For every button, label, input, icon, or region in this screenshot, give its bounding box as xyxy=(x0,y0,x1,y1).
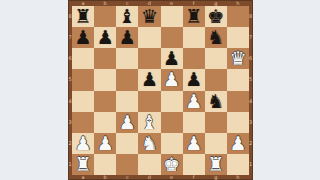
piece-black-bishop: ♝ xyxy=(119,7,136,26)
square-e4[interactable] xyxy=(161,91,183,112)
square-f2[interactable]: ♟ xyxy=(183,133,205,154)
page-background: { "game": "chess", "position": { "fen": … xyxy=(0,0,320,180)
piece-black-king: ♚ xyxy=(207,7,224,26)
square-g5[interactable] xyxy=(205,69,227,90)
piece-black-pawn: ♟ xyxy=(75,28,92,47)
piece-white-knight: ♞ xyxy=(141,133,158,152)
piece-white-pawn: ♟ xyxy=(75,133,92,152)
square-a5[interactable] xyxy=(72,69,94,90)
file-label-a: a xyxy=(72,175,94,180)
square-g3[interactable] xyxy=(205,112,227,133)
file-label-d: d xyxy=(138,175,160,180)
square-a6[interactable] xyxy=(72,48,94,69)
square-e2[interactable] xyxy=(161,133,183,154)
square-e1[interactable]: ♚ xyxy=(161,154,183,175)
square-h6[interactable]: ♛ xyxy=(227,48,249,69)
square-b1[interactable] xyxy=(94,154,116,175)
square-a3[interactable] xyxy=(72,112,94,133)
square-c6[interactable] xyxy=(116,48,138,69)
chess-board: ♜♝♛♜♚♟♟♟♞♟♛♟♟♟♟♞♟♝♟♟♞♟♟♜♚♜ xyxy=(72,6,249,175)
square-g7[interactable]: ♞ xyxy=(205,27,227,48)
square-d5[interactable]: ♟ xyxy=(138,69,160,90)
square-h4[interactable] xyxy=(227,91,249,112)
square-a7[interactable]: ♟ xyxy=(72,27,94,48)
piece-black-rook: ♜ xyxy=(75,7,92,26)
square-b5[interactable] xyxy=(94,69,116,90)
square-h2[interactable]: ♟ xyxy=(227,133,249,154)
square-h1[interactable] xyxy=(227,154,249,175)
square-c8[interactable]: ♝ xyxy=(116,6,138,27)
file-label-e: e xyxy=(161,175,183,180)
square-a1[interactable]: ♜ xyxy=(72,154,94,175)
square-f7[interactable] xyxy=(183,27,205,48)
piece-white-queen: ♛ xyxy=(229,49,246,68)
square-e5[interactable]: ♟ xyxy=(161,69,183,90)
square-b3[interactable] xyxy=(94,112,116,133)
piece-white-pawn: ♟ xyxy=(119,112,136,131)
square-d1[interactable] xyxy=(138,154,160,175)
square-h7[interactable] xyxy=(227,27,249,48)
square-d4[interactable] xyxy=(138,91,160,112)
piece-black-pawn: ♟ xyxy=(97,28,114,47)
piece-black-knight: ♞ xyxy=(207,28,224,47)
file-label-f: f xyxy=(183,175,205,180)
square-e7[interactable] xyxy=(161,27,183,48)
square-e3[interactable] xyxy=(161,112,183,133)
square-f8[interactable]: ♜ xyxy=(183,6,205,27)
square-e8[interactable] xyxy=(161,6,183,27)
square-b4[interactable] xyxy=(94,91,116,112)
square-f5[interactable]: ♟ xyxy=(183,69,205,90)
square-c2[interactable] xyxy=(116,133,138,154)
square-a2[interactable]: ♟ xyxy=(72,133,94,154)
file-label-h: h xyxy=(227,175,249,180)
square-g2[interactable] xyxy=(205,133,227,154)
square-b7[interactable]: ♟ xyxy=(94,27,116,48)
square-f3[interactable] xyxy=(183,112,205,133)
square-b2[interactable]: ♟ xyxy=(94,133,116,154)
square-d6[interactable] xyxy=(138,48,160,69)
piece-white-pawn: ♟ xyxy=(229,133,246,152)
piece-white-pawn: ♟ xyxy=(97,133,114,152)
file-labels-bottom: abcdefgh xyxy=(72,175,249,180)
square-c1[interactable] xyxy=(116,154,138,175)
piece-white-pawn: ♟ xyxy=(185,133,202,152)
square-b6[interactable] xyxy=(94,48,116,69)
square-h5[interactable] xyxy=(227,69,249,90)
square-c5[interactable] xyxy=(116,69,138,90)
piece-black-queen: ♛ xyxy=(141,7,158,26)
square-g1[interactable]: ♜ xyxy=(205,154,227,175)
square-a8[interactable]: ♜ xyxy=(72,6,94,27)
square-d3[interactable]: ♝ xyxy=(138,112,160,133)
square-c3[interactable]: ♟ xyxy=(116,112,138,133)
chess-board-frame: abcdefgh abcdefgh 87654321 87654321 ♜♝♛♜… xyxy=(68,0,253,180)
piece-white-rook: ♜ xyxy=(75,154,92,173)
square-f6[interactable] xyxy=(183,48,205,69)
square-g4[interactable]: ♞ xyxy=(205,91,227,112)
square-d2[interactable]: ♞ xyxy=(138,133,160,154)
piece-white-rook: ♜ xyxy=(207,154,224,173)
square-a4[interactable] xyxy=(72,91,94,112)
piece-black-pawn: ♟ xyxy=(141,70,158,89)
piece-black-pawn: ♟ xyxy=(163,49,180,68)
square-e6[interactable]: ♟ xyxy=(161,48,183,69)
square-h8[interactable] xyxy=(227,6,249,27)
square-c7[interactable]: ♟ xyxy=(116,27,138,48)
piece-black-pawn: ♟ xyxy=(119,28,136,47)
piece-white-pawn: ♟ xyxy=(163,70,180,89)
piece-white-bishop: ♝ xyxy=(141,112,158,131)
piece-white-king: ♚ xyxy=(163,154,180,173)
square-d7[interactable] xyxy=(138,27,160,48)
square-g6[interactable] xyxy=(205,48,227,69)
square-d8[interactable]: ♛ xyxy=(138,6,160,27)
square-b8[interactable] xyxy=(94,6,116,27)
file-label-b: b xyxy=(94,175,116,180)
piece-white-pawn: ♟ xyxy=(185,91,202,110)
square-f4[interactable]: ♟ xyxy=(183,91,205,112)
square-h3[interactable] xyxy=(227,112,249,133)
square-f1[interactable] xyxy=(183,154,205,175)
file-label-c: c xyxy=(116,175,138,180)
piece-black-pawn: ♟ xyxy=(185,70,202,89)
square-g8[interactable]: ♚ xyxy=(205,6,227,27)
piece-black-knight: ♞ xyxy=(207,91,224,110)
file-label-g: g xyxy=(205,175,227,180)
piece-black-rook: ♜ xyxy=(185,7,202,26)
square-c4[interactable] xyxy=(116,91,138,112)
